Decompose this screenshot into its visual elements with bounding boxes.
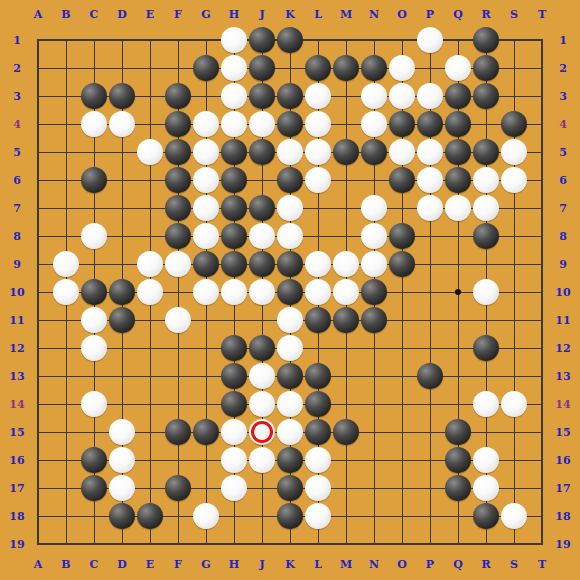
black-stone-J1	[249, 27, 275, 53]
black-stone-K4	[277, 111, 303, 137]
column-label-top-F: F	[174, 9, 182, 20]
black-stone-K1	[277, 27, 303, 53]
white-stone-J8	[249, 223, 275, 249]
black-stone-M15	[333, 419, 359, 445]
black-stone-K6	[277, 167, 303, 193]
column-label-bottom-A: A	[34, 559, 43, 570]
column-label-top-P: P	[426, 9, 434, 20]
column-label-top-Q: Q	[453, 9, 463, 20]
row-label-right-9: 9	[559, 259, 567, 270]
black-stone-N2	[361, 55, 387, 81]
white-stone-E5	[137, 139, 163, 165]
row-label-left-6: 6	[13, 175, 21, 186]
black-stone-K3	[277, 83, 303, 109]
row-label-right-2: 2	[559, 63, 567, 74]
white-stone-S6	[501, 167, 527, 193]
black-stone-F15	[165, 419, 191, 445]
black-stone-Q17	[445, 475, 471, 501]
black-stone-M11	[333, 307, 359, 333]
white-stone-K14	[277, 391, 303, 417]
black-stone-H7	[221, 195, 247, 221]
white-stone-E9	[137, 251, 163, 277]
black-stone-R18	[473, 503, 499, 529]
white-stone-N7	[361, 195, 387, 221]
column-label-bottom-B: B	[61, 559, 70, 570]
white-stone-S5	[501, 139, 527, 165]
white-stone-D15	[109, 419, 135, 445]
black-stone-Q3	[445, 83, 471, 109]
white-stone-R7	[473, 195, 499, 221]
column-label-bottom-H: H	[229, 559, 239, 570]
grid-line-vertical	[541, 39, 543, 545]
white-stone-O5	[389, 139, 415, 165]
black-stone-N5	[361, 139, 387, 165]
row-label-right-10: 10	[555, 287, 570, 298]
white-stone-L17	[305, 475, 331, 501]
black-stone-N10	[361, 279, 387, 305]
column-label-top-M: M	[340, 9, 352, 20]
black-stone-F6	[165, 167, 191, 193]
row-label-left-19: 19	[9, 539, 24, 550]
column-label-top-G: G	[201, 9, 210, 20]
white-stone-G10	[193, 279, 219, 305]
white-stone-L6	[305, 167, 331, 193]
black-stone-J2	[249, 55, 275, 81]
white-stone-L10	[305, 279, 331, 305]
black-stone-L2	[305, 55, 331, 81]
black-stone-J5	[249, 139, 275, 165]
black-stone-L13	[305, 363, 331, 389]
row-label-left-8: 8	[13, 231, 21, 242]
white-stone-P5	[417, 139, 443, 165]
black-stone-P4	[417, 111, 443, 137]
white-stone-S14	[501, 391, 527, 417]
row-label-right-1: 1	[559, 35, 567, 46]
white-stone-K15	[277, 419, 303, 445]
white-stone-R16	[473, 447, 499, 473]
column-label-top-C: C	[90, 9, 99, 20]
white-stone-K7	[277, 195, 303, 221]
row-label-right-3: 3	[559, 91, 567, 102]
white-stone-K11	[277, 307, 303, 333]
black-stone-Q5	[445, 139, 471, 165]
white-stone-H15	[221, 419, 247, 445]
row-label-left-7: 7	[13, 203, 21, 214]
column-label-bottom-R: R	[481, 559, 490, 570]
row-label-left-9: 9	[13, 259, 21, 270]
white-stone-D16	[109, 447, 135, 473]
black-stone-R1	[473, 27, 499, 53]
black-stone-S4	[501, 111, 527, 137]
go-board[interactable]: AABBCCDDEEFFGGHHJJKKLLMMNNOOPPQQRRSSTT11…	[0, 0, 580, 580]
column-label-bottom-L: L	[314, 559, 322, 570]
black-stone-J3	[249, 83, 275, 109]
white-stone-H17	[221, 475, 247, 501]
column-label-bottom-N: N	[369, 559, 379, 570]
row-label-right-15: 15	[555, 427, 570, 438]
row-label-left-11: 11	[9, 315, 24, 326]
row-label-right-17: 17	[555, 483, 570, 494]
column-label-top-H: H	[229, 9, 239, 20]
black-stone-F8	[165, 223, 191, 249]
white-stone-G4	[193, 111, 219, 137]
white-stone-P3	[417, 83, 443, 109]
row-label-left-3: 3	[13, 91, 21, 102]
black-stone-C17	[81, 475, 107, 501]
column-label-top-B: B	[61, 9, 70, 20]
row-label-left-5: 5	[13, 147, 21, 158]
column-label-top-K: K	[285, 9, 295, 20]
black-stone-J9	[249, 251, 275, 277]
column-label-bottom-J: J	[259, 559, 264, 570]
white-stone-O2	[389, 55, 415, 81]
row-label-left-1: 1	[13, 35, 21, 46]
white-stone-R14	[473, 391, 499, 417]
column-label-top-A: A	[34, 9, 43, 20]
white-stone-C14	[81, 391, 107, 417]
black-stone-Q16	[445, 447, 471, 473]
white-stone-N8	[361, 223, 387, 249]
black-stone-G9	[193, 251, 219, 277]
black-stone-D10	[109, 279, 135, 305]
black-stone-K17	[277, 475, 303, 501]
white-stone-G18	[193, 503, 219, 529]
white-stone-M9	[333, 251, 359, 277]
black-stone-O8	[389, 223, 415, 249]
black-stone-H8	[221, 223, 247, 249]
white-stone-J13	[249, 363, 275, 389]
white-stone-Q7	[445, 195, 471, 221]
row-label-right-8: 8	[559, 231, 567, 242]
black-stone-R2	[473, 55, 499, 81]
white-stone-C11	[81, 307, 107, 333]
black-stone-O9	[389, 251, 415, 277]
white-stone-N4	[361, 111, 387, 137]
white-stone-Q2	[445, 55, 471, 81]
white-stone-K8	[277, 223, 303, 249]
white-stone-H16	[221, 447, 247, 473]
white-stone-G6	[193, 167, 219, 193]
black-stone-C6	[81, 167, 107, 193]
black-stone-H14	[221, 391, 247, 417]
column-label-bottom-F: F	[174, 559, 182, 570]
white-stone-H4	[221, 111, 247, 137]
white-stone-K5	[277, 139, 303, 165]
black-stone-J12	[249, 335, 275, 361]
white-stone-O3	[389, 83, 415, 109]
white-stone-L3	[305, 83, 331, 109]
column-label-top-T: T	[538, 9, 546, 20]
black-stone-H6	[221, 167, 247, 193]
white-stone-L4	[305, 111, 331, 137]
black-stone-R8	[473, 223, 499, 249]
black-stone-G15	[193, 419, 219, 445]
white-stone-J14	[249, 391, 275, 417]
row-label-right-18: 18	[555, 511, 570, 522]
white-stone-B10	[53, 279, 79, 305]
black-stone-R3	[473, 83, 499, 109]
white-stone-H2	[221, 55, 247, 81]
black-stone-C10	[81, 279, 107, 305]
black-stone-K18	[277, 503, 303, 529]
column-label-top-L: L	[314, 9, 322, 20]
column-label-bottom-K: K	[285, 559, 295, 570]
black-stone-P13	[417, 363, 443, 389]
column-label-bottom-M: M	[340, 559, 352, 570]
black-stone-H5	[221, 139, 247, 165]
white-stone-H1	[221, 27, 247, 53]
row-label-left-10: 10	[9, 287, 24, 298]
black-stone-H9	[221, 251, 247, 277]
white-stone-P7	[417, 195, 443, 221]
black-stone-F7	[165, 195, 191, 221]
black-stone-D3	[109, 83, 135, 109]
white-stone-C8	[81, 223, 107, 249]
black-stone-H13	[221, 363, 247, 389]
white-stone-S18	[501, 503, 527, 529]
black-stone-F5	[165, 139, 191, 165]
black-stone-F4	[165, 111, 191, 137]
white-stone-R10	[473, 279, 499, 305]
row-label-right-14: 14	[555, 399, 570, 410]
row-label-left-12: 12	[9, 343, 24, 354]
white-stone-H10	[221, 279, 247, 305]
white-stone-J10	[249, 279, 275, 305]
black-stone-C3	[81, 83, 107, 109]
black-stone-M2	[333, 55, 359, 81]
white-stone-M10	[333, 279, 359, 305]
column-label-bottom-T: T	[538, 559, 546, 570]
black-stone-J7	[249, 195, 275, 221]
row-label-right-13: 13	[555, 371, 570, 382]
black-stone-K13	[277, 363, 303, 389]
black-stone-F17	[165, 475, 191, 501]
row-label-left-2: 2	[13, 63, 21, 74]
row-label-right-5: 5	[559, 147, 567, 158]
white-stone-L9	[305, 251, 331, 277]
row-label-left-13: 13	[9, 371, 24, 382]
row-label-right-4: 4	[559, 119, 567, 130]
black-stone-L15	[305, 419, 331, 445]
black-stone-O4	[389, 111, 415, 137]
column-label-bottom-S: S	[510, 559, 518, 570]
black-stone-K16	[277, 447, 303, 473]
black-stone-F3	[165, 83, 191, 109]
white-stone-N3	[361, 83, 387, 109]
black-stone-K10	[277, 279, 303, 305]
white-stone-K12	[277, 335, 303, 361]
white-stone-D4	[109, 111, 135, 137]
white-stone-H3	[221, 83, 247, 109]
white-stone-J16	[249, 447, 275, 473]
black-stone-L14	[305, 391, 331, 417]
white-stone-C12	[81, 335, 107, 361]
row-label-left-18: 18	[9, 511, 24, 522]
row-label-left-15: 15	[9, 427, 24, 438]
column-label-bottom-Q: Q	[453, 559, 463, 570]
row-label-left-16: 16	[9, 455, 24, 466]
row-label-right-11: 11	[555, 315, 570, 326]
last-move-marker-J15	[251, 421, 273, 443]
black-stone-K9	[277, 251, 303, 277]
white-stone-G5	[193, 139, 219, 165]
white-stone-R17	[473, 475, 499, 501]
column-label-bottom-C: C	[90, 559, 99, 570]
black-stone-C16	[81, 447, 107, 473]
white-stone-G7	[193, 195, 219, 221]
black-stone-N11	[361, 307, 387, 333]
column-label-bottom-E: E	[146, 559, 154, 570]
white-stone-P6	[417, 167, 443, 193]
white-stone-G8	[193, 223, 219, 249]
black-stone-G2	[193, 55, 219, 81]
white-stone-L5	[305, 139, 331, 165]
row-label-right-12: 12	[555, 343, 570, 354]
column-label-top-N: N	[369, 9, 379, 20]
row-label-right-6: 6	[559, 175, 567, 186]
grid-line-horizontal	[37, 543, 543, 545]
white-stone-N9	[361, 251, 387, 277]
white-stone-L18	[305, 503, 331, 529]
column-label-top-R: R	[481, 9, 490, 20]
black-stone-O6	[389, 167, 415, 193]
row-label-right-7: 7	[559, 203, 567, 214]
column-label-bottom-P: P	[426, 559, 434, 570]
row-label-right-19: 19	[555, 539, 570, 550]
black-stone-E18	[137, 503, 163, 529]
white-stone-L16	[305, 447, 331, 473]
white-stone-P1	[417, 27, 443, 53]
column-label-top-J: J	[259, 9, 264, 20]
white-stone-C4	[81, 111, 107, 137]
star-point-Q10	[455, 289, 461, 295]
black-stone-R12	[473, 335, 499, 361]
column-label-top-S: S	[510, 9, 518, 20]
row-label-right-16: 16	[555, 455, 570, 466]
column-label-top-D: D	[117, 9, 127, 20]
black-stone-M5	[333, 139, 359, 165]
white-stone-R6	[473, 167, 499, 193]
black-stone-D18	[109, 503, 135, 529]
column-label-bottom-D: D	[117, 559, 127, 570]
black-stone-Q4	[445, 111, 471, 137]
white-stone-D17	[109, 475, 135, 501]
white-stone-E10	[137, 279, 163, 305]
row-label-left-17: 17	[9, 483, 24, 494]
white-stone-F9	[165, 251, 191, 277]
row-label-left-4: 4	[13, 119, 21, 130]
black-stone-H12	[221, 335, 247, 361]
black-stone-L11	[305, 307, 331, 333]
row-label-left-14: 14	[9, 399, 24, 410]
white-stone-B9	[53, 251, 79, 277]
black-stone-Q15	[445, 419, 471, 445]
column-label-bottom-O: O	[397, 559, 407, 570]
black-stone-D11	[109, 307, 135, 333]
white-stone-F11	[165, 307, 191, 333]
white-stone-J4	[249, 111, 275, 137]
column-label-top-E: E	[146, 9, 154, 20]
black-stone-R5	[473, 139, 499, 165]
column-label-top-O: O	[397, 9, 407, 20]
column-label-bottom-G: G	[201, 559, 210, 570]
black-stone-Q6	[445, 167, 471, 193]
